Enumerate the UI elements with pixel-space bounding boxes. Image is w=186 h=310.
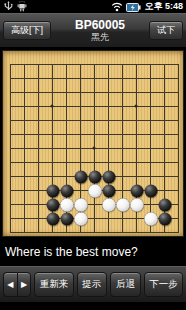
star-point bbox=[93, 147, 96, 150]
stone-black bbox=[60, 212, 73, 225]
stone-black bbox=[46, 184, 59, 197]
stone-white bbox=[102, 198, 115, 211]
toolbar: ◀ ▶ 重新来 提示 后退 下一步 bbox=[0, 266, 186, 302]
star-point bbox=[51, 105, 54, 108]
stone-white bbox=[88, 184, 101, 197]
stone-white bbox=[74, 198, 87, 211]
phone-screen: 오후 5:48 高级[下] BP60005 黑先 试下 Where is the… bbox=[0, 0, 186, 310]
grid-line-h bbox=[10, 162, 179, 163]
question-text: Where is the best move? bbox=[0, 238, 186, 266]
grid-line-v bbox=[178, 64, 179, 233]
stone-white bbox=[116, 198, 129, 211]
stone-white bbox=[144, 212, 157, 225]
level-button[interactable]: 高级[下] bbox=[3, 21, 51, 40]
prev-move-button[interactable]: ◀ bbox=[3, 272, 17, 297]
status-time: 오후 5:48 bbox=[144, 0, 183, 13]
undo-button[interactable]: 后退 bbox=[110, 272, 141, 297]
stone-black bbox=[102, 184, 115, 197]
stone-black bbox=[74, 170, 87, 183]
next-step-button[interactable]: 下一步 bbox=[144, 272, 183, 297]
go-board[interactable] bbox=[2, 50, 184, 237]
restart-button[interactable]: 重新来 bbox=[34, 272, 73, 297]
hint-button[interactable]: 提示 bbox=[77, 272, 108, 297]
problem-id: BP60005 bbox=[51, 19, 149, 32]
stone-black bbox=[158, 212, 171, 225]
stone-white bbox=[60, 198, 73, 211]
grid-line-h bbox=[10, 232, 179, 233]
grid-line-v bbox=[150, 64, 151, 233]
stone-black bbox=[46, 212, 59, 225]
stone-black bbox=[158, 198, 171, 211]
move-nav-group: ◀ ▶ bbox=[3, 272, 31, 297]
stone-black bbox=[60, 184, 73, 197]
stone-black bbox=[130, 184, 143, 197]
stone-black bbox=[144, 184, 157, 197]
grid-line-h bbox=[10, 204, 179, 205]
try-button[interactable]: 试下 bbox=[149, 21, 183, 40]
status-bar: 오후 5:48 bbox=[0, 0, 186, 13]
title-bar: 高级[下] BP60005 黑先 试下 bbox=[0, 13, 186, 47]
stone-black bbox=[88, 170, 101, 183]
stone-black bbox=[46, 198, 59, 211]
next-move-button[interactable]: ▶ bbox=[17, 272, 32, 297]
stone-white bbox=[130, 198, 143, 211]
to-play-label: 黑先 bbox=[51, 32, 149, 43]
stone-white bbox=[74, 212, 87, 225]
stone-black bbox=[102, 170, 115, 183]
star-point bbox=[135, 105, 138, 108]
title-block: BP60005 黑先 bbox=[51, 19, 149, 43]
